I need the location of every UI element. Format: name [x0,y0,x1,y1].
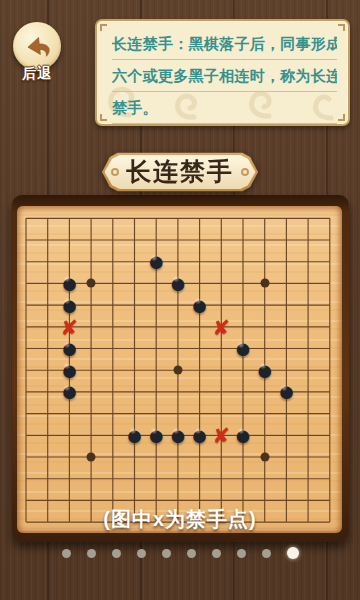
black-stone: ● [58,381,80,403]
back-button-label: 后退 [11,65,63,83]
forbidden-point-mark: ✘ [212,316,230,337]
black-stone: ● [232,424,254,446]
corner-ornament [100,114,107,121]
tutorial-text: 长连禁手：黑棋落子后，同事形成 六个或更多黑子相连时，称为长连 禁手。 [112,28,337,124]
black-stone: ● [145,251,167,273]
back-arrow-icon [19,28,55,64]
page-dot[interactable] [87,549,96,558]
black-stone: ● [189,294,211,316]
page-dot[interactable] [62,549,71,558]
page-dot[interactable] [212,549,221,558]
title-plaque: 长连禁手 [102,151,258,193]
caption-text: (图中x为禁手点) [0,506,360,533]
corner-ornament [338,114,345,121]
page-dot[interactable] [137,549,146,558]
black-stone: ● [145,424,167,446]
back-button-circle [13,22,61,70]
page-dot[interactable] [262,549,271,558]
game-board: ●●●●●✘✘●●●●●●●●●●✘● [12,195,349,542]
forbidden-point-mark: ✘ [212,425,230,446]
tutorial-text-line: 六个或更多黑子相连时，称为长连 [112,60,337,92]
black-stone: ● [124,424,146,446]
pagination [0,547,360,559]
corner-ornament [100,24,107,31]
app-screen: 后退 长连禁手：黑棋落子后，同事形成 六个或更多黑子相连时，称为长连 禁手。 长… [0,0,360,600]
page-dot[interactable] [162,549,171,558]
black-stone: ● [189,424,211,446]
page-title: 长连禁手 [102,151,258,193]
page-dot-active[interactable] [287,547,299,559]
black-stone: ● [167,272,189,294]
black-stone: ● [167,424,189,446]
star-point [173,366,182,375]
tutorial-text-line: 长连禁手：黑棋落子后，同事形成 [112,28,337,60]
page-dot[interactable] [187,549,196,558]
board-pieces: ●●●●●✘✘●●●●●●●●●●✘● [12,195,349,542]
corner-ornament [338,24,345,31]
black-stone: ● [254,359,276,381]
page-dot[interactable] [237,549,246,558]
back-button[interactable]: 后退 [11,22,63,83]
tutorial-box: 长连禁手：黑棋落子后，同事形成 六个或更多黑子相连时，称为长连 禁手。 [95,19,350,126]
star-point [87,279,96,288]
page-dot[interactable] [112,549,121,558]
black-stone: ● [232,338,254,360]
star-point [260,279,269,288]
tutorial-text-line: 禁手。 [112,92,337,124]
star-point [87,453,96,462]
black-stone: ● [58,294,80,316]
black-stone: ● [275,381,297,403]
star-point [260,453,269,462]
